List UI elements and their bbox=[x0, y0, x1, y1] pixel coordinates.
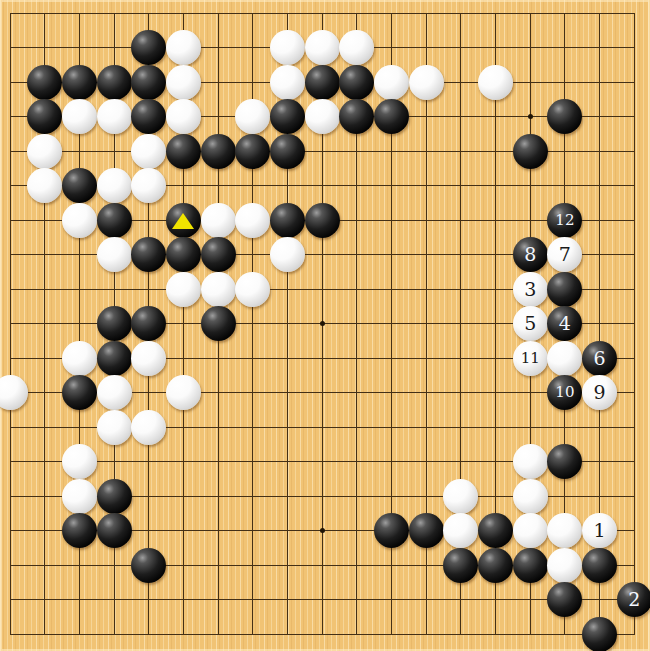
stone-white[interactable] bbox=[409, 65, 444, 100]
stone-black[interactable] bbox=[166, 237, 201, 272]
stone-black[interactable] bbox=[166, 134, 201, 169]
grid-line-horizontal bbox=[10, 634, 635, 635]
stone-white[interactable] bbox=[547, 548, 582, 583]
stone-black[interactable] bbox=[374, 99, 409, 134]
stone-white[interactable] bbox=[235, 272, 270, 307]
stone-white[interactable] bbox=[97, 168, 132, 203]
stone-black[interactable] bbox=[201, 134, 236, 169]
stone-black[interactable] bbox=[582, 548, 617, 583]
stone-white[interactable] bbox=[0, 375, 28, 410]
stone-white[interactable] bbox=[339, 30, 374, 65]
stone-white[interactable] bbox=[547, 237, 582, 272]
stone-black[interactable] bbox=[305, 65, 340, 100]
stone-black[interactable] bbox=[374, 513, 409, 548]
stone-white[interactable] bbox=[443, 479, 478, 514]
stone-white[interactable] bbox=[62, 341, 97, 376]
stone-white[interactable] bbox=[582, 375, 617, 410]
stone-black[interactable] bbox=[443, 548, 478, 583]
stone-black[interactable] bbox=[547, 375, 582, 410]
stone-white[interactable] bbox=[97, 99, 132, 134]
stone-white[interactable] bbox=[166, 375, 201, 410]
stone-black[interactable] bbox=[62, 513, 97, 548]
stone-black[interactable] bbox=[547, 444, 582, 479]
stone-white[interactable] bbox=[582, 513, 617, 548]
stone-black[interactable] bbox=[409, 513, 444, 548]
stone-white[interactable] bbox=[62, 479, 97, 514]
stone-black[interactable] bbox=[547, 272, 582, 307]
stone-black[interactable] bbox=[270, 99, 305, 134]
stone-black[interactable] bbox=[582, 341, 617, 376]
stone-black[interactable] bbox=[97, 479, 132, 514]
stone-white[interactable] bbox=[270, 65, 305, 100]
stone-black[interactable] bbox=[131, 65, 166, 100]
stone-black[interactable] bbox=[478, 548, 513, 583]
stone-white[interactable] bbox=[374, 65, 409, 100]
stone-white[interactable] bbox=[97, 237, 132, 272]
stone-white[interactable] bbox=[513, 272, 548, 307]
stone-white[interactable] bbox=[62, 203, 97, 238]
stone-white[interactable] bbox=[166, 99, 201, 134]
stone-black[interactable] bbox=[131, 306, 166, 341]
stone-white[interactable] bbox=[27, 134, 62, 169]
star-point bbox=[528, 114, 533, 119]
stone-black[interactable] bbox=[97, 65, 132, 100]
stone-black[interactable] bbox=[547, 306, 582, 341]
stone-black[interactable] bbox=[513, 134, 548, 169]
stone-white[interactable] bbox=[547, 513, 582, 548]
stone-white[interactable] bbox=[305, 99, 340, 134]
stone-white[interactable] bbox=[270, 237, 305, 272]
stone-white[interactable] bbox=[131, 341, 166, 376]
stone-black[interactable] bbox=[131, 548, 166, 583]
stone-black[interactable] bbox=[547, 582, 582, 617]
stone-white[interactable] bbox=[235, 203, 270, 238]
stone-black[interactable] bbox=[582, 617, 617, 651]
stone-white[interactable] bbox=[235, 99, 270, 134]
stone-white[interactable] bbox=[27, 168, 62, 203]
stone-black[interactable] bbox=[27, 65, 62, 100]
stone-black[interactable] bbox=[97, 203, 132, 238]
stone-white[interactable] bbox=[201, 272, 236, 307]
stone-black[interactable] bbox=[201, 306, 236, 341]
stone-white[interactable] bbox=[62, 99, 97, 134]
stone-black[interactable] bbox=[270, 203, 305, 238]
stone-black[interactable] bbox=[131, 237, 166, 272]
grid-line-horizontal bbox=[10, 599, 635, 600]
stone-black[interactable] bbox=[97, 341, 132, 376]
stone-white[interactable] bbox=[513, 513, 548, 548]
stone-white[interactable] bbox=[131, 134, 166, 169]
stone-black[interactable] bbox=[513, 237, 548, 272]
stone-black[interactable] bbox=[339, 99, 374, 134]
grid-line-vertical bbox=[634, 13, 635, 635]
stone-white[interactable] bbox=[62, 444, 97, 479]
stone-black[interactable] bbox=[478, 513, 513, 548]
grid-line-vertical bbox=[10, 13, 11, 635]
stone-white[interactable] bbox=[97, 375, 132, 410]
stone-white[interactable] bbox=[513, 444, 548, 479]
go-board[interactable]: 123456789101112 bbox=[0, 0, 650, 651]
stone-white[interactable] bbox=[305, 30, 340, 65]
stone-black[interactable] bbox=[339, 65, 374, 100]
stone-black[interactable] bbox=[27, 99, 62, 134]
star-point bbox=[320, 321, 325, 326]
stone-black[interactable] bbox=[97, 306, 132, 341]
stone-white[interactable] bbox=[166, 272, 201, 307]
stone-black[interactable] bbox=[97, 513, 132, 548]
stone-white[interactable] bbox=[513, 479, 548, 514]
stone-white[interactable] bbox=[131, 410, 166, 445]
grid-line-horizontal bbox=[10, 13, 635, 14]
stone-black[interactable] bbox=[547, 203, 582, 238]
stone-black[interactable] bbox=[235, 134, 270, 169]
stone-white[interactable] bbox=[443, 513, 478, 548]
stone-black[interactable] bbox=[305, 203, 340, 238]
stone-white[interactable] bbox=[547, 341, 582, 376]
stone-black[interactable] bbox=[617, 582, 650, 617]
stone-black[interactable] bbox=[131, 30, 166, 65]
stone-white[interactable] bbox=[97, 410, 132, 445]
stone-black[interactable] bbox=[62, 168, 97, 203]
stone-white[interactable] bbox=[201, 203, 236, 238]
stone-white[interactable] bbox=[166, 65, 201, 100]
stone-black[interactable] bbox=[513, 548, 548, 583]
stone-white[interactable] bbox=[513, 341, 548, 376]
stone-black[interactable] bbox=[270, 134, 305, 169]
stone-black[interactable] bbox=[547, 99, 582, 134]
stone-black[interactable] bbox=[201, 237, 236, 272]
stone-white[interactable] bbox=[131, 168, 166, 203]
stone-white[interactable] bbox=[166, 30, 201, 65]
stone-white[interactable] bbox=[270, 30, 305, 65]
stone-black[interactable] bbox=[62, 375, 97, 410]
stone-white[interactable] bbox=[478, 65, 513, 100]
stone-black[interactable] bbox=[131, 99, 166, 134]
stone-white[interactable] bbox=[513, 306, 548, 341]
stone-black[interactable] bbox=[166, 203, 201, 238]
star-point bbox=[320, 528, 325, 533]
stone-black[interactable] bbox=[62, 65, 97, 100]
